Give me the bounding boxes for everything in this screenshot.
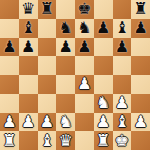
square-f4[interactable] bbox=[94, 75, 113, 94]
piece-white-pawn-g3[interactable]: ♟ bbox=[115, 95, 129, 111]
chess-board: ♛♜♚♜♝♞♞♟♝♟♟♟♟♟♟♟♞♟♟♟♟♞♟♝♟♜♝♛♜♚ bbox=[0, 0, 150, 150]
square-a1[interactable]: ♜ bbox=[0, 131, 19, 150]
square-c1[interactable]: ♝ bbox=[38, 131, 57, 150]
piece-black-rook-c8[interactable]: ♜ bbox=[40, 1, 54, 17]
square-f1[interactable]: ♜ bbox=[94, 131, 113, 150]
square-d7[interactable]: ♞ bbox=[56, 19, 75, 38]
square-c8[interactable]: ♜ bbox=[38, 0, 57, 19]
square-f5[interactable] bbox=[94, 56, 113, 75]
square-h2[interactable]: ♟ bbox=[131, 113, 150, 132]
square-e6[interactable]: ♟ bbox=[75, 38, 94, 57]
square-b7[interactable]: ♝ bbox=[19, 19, 38, 38]
square-e7[interactable]: ♞ bbox=[75, 19, 94, 38]
square-e8[interactable]: ♚ bbox=[75, 0, 94, 19]
square-a4[interactable] bbox=[0, 75, 19, 94]
square-f8[interactable] bbox=[94, 0, 113, 19]
square-e5[interactable] bbox=[75, 56, 94, 75]
square-g4[interactable] bbox=[113, 75, 132, 94]
square-c7[interactable] bbox=[38, 19, 57, 38]
piece-white-king-g1[interactable]: ♚ bbox=[115, 132, 129, 148]
square-f7[interactable]: ♟ bbox=[94, 19, 113, 38]
square-b1[interactable] bbox=[19, 131, 38, 150]
square-e2[interactable] bbox=[75, 113, 94, 132]
square-a5[interactable] bbox=[0, 56, 19, 75]
square-a8[interactable] bbox=[0, 0, 19, 19]
square-b3[interactable] bbox=[19, 94, 38, 113]
piece-black-queen-b8[interactable]: ♛ bbox=[21, 1, 35, 17]
square-d8[interactable] bbox=[56, 0, 75, 19]
piece-white-pawn-c2[interactable]: ♟ bbox=[40, 113, 54, 129]
piece-white-pawn-f2[interactable]: ♟ bbox=[96, 113, 110, 129]
square-f2[interactable]: ♟ bbox=[94, 113, 113, 132]
piece-white-rook-f1[interactable]: ♜ bbox=[96, 132, 110, 148]
square-d2[interactable]: ♞ bbox=[56, 113, 75, 132]
square-c3[interactable] bbox=[38, 94, 57, 113]
square-f3[interactable]: ♞ bbox=[94, 94, 113, 113]
square-c2[interactable]: ♟ bbox=[38, 113, 57, 132]
square-e3[interactable] bbox=[75, 94, 94, 113]
square-g3[interactable]: ♟ bbox=[113, 94, 132, 113]
square-d1[interactable]: ♛ bbox=[56, 131, 75, 150]
square-g8[interactable] bbox=[113, 0, 132, 19]
piece-white-knight-f3[interactable]: ♞ bbox=[96, 95, 110, 111]
piece-black-pawn-b6[interactable]: ♟ bbox=[21, 38, 35, 54]
square-d6[interactable]: ♟ bbox=[56, 38, 75, 57]
square-h7[interactable]: ♟ bbox=[131, 19, 150, 38]
piece-white-queen-d1[interactable]: ♛ bbox=[58, 132, 72, 148]
square-d4[interactable] bbox=[56, 75, 75, 94]
square-h5[interactable] bbox=[131, 56, 150, 75]
square-a7[interactable] bbox=[0, 19, 19, 38]
square-b5[interactable] bbox=[19, 56, 38, 75]
piece-black-pawn-a6[interactable]: ♟ bbox=[2, 38, 16, 54]
square-a2[interactable]: ♟ bbox=[0, 113, 19, 132]
square-g7[interactable]: ♝ bbox=[113, 19, 132, 38]
square-f6[interactable] bbox=[94, 38, 113, 57]
square-d5[interactable] bbox=[56, 56, 75, 75]
square-g6[interactable]: ♟ bbox=[113, 38, 132, 57]
square-h4[interactable] bbox=[131, 75, 150, 94]
piece-white-pawn-a2[interactable]: ♟ bbox=[2, 113, 16, 129]
square-h8[interactable]: ♜ bbox=[131, 0, 150, 19]
square-d3[interactable] bbox=[56, 94, 75, 113]
square-g1[interactable]: ♚ bbox=[113, 131, 132, 150]
piece-black-bishop-g7[interactable]: ♝ bbox=[115, 20, 129, 36]
piece-white-rook-a1[interactable]: ♜ bbox=[2, 132, 16, 148]
square-b4[interactable] bbox=[19, 75, 38, 94]
piece-black-knight-d7[interactable]: ♞ bbox=[58, 20, 72, 36]
square-h3[interactable] bbox=[131, 94, 150, 113]
piece-white-pawn-e4[interactable]: ♟ bbox=[77, 76, 91, 92]
piece-white-knight-d2[interactable]: ♞ bbox=[58, 113, 72, 129]
square-c5[interactable] bbox=[38, 56, 57, 75]
square-c4[interactable] bbox=[38, 75, 57, 94]
square-e1[interactable] bbox=[75, 131, 94, 150]
square-b6[interactable]: ♟ bbox=[19, 38, 38, 57]
piece-white-bishop-g2[interactable]: ♝ bbox=[115, 113, 129, 129]
piece-black-pawn-h7[interactable]: ♟ bbox=[133, 20, 147, 36]
square-a6[interactable]: ♟ bbox=[0, 38, 19, 57]
piece-white-pawn-b2[interactable]: ♟ bbox=[21, 113, 35, 129]
piece-black-pawn-f7[interactable]: ♟ bbox=[96, 20, 110, 36]
square-h1[interactable] bbox=[131, 131, 150, 150]
piece-black-king-e8[interactable]: ♚ bbox=[77, 1, 91, 17]
piece-black-pawn-g6[interactable]: ♟ bbox=[115, 38, 129, 54]
piece-white-pawn-h2[interactable]: ♟ bbox=[133, 113, 147, 129]
square-g2[interactable]: ♝ bbox=[113, 113, 132, 132]
piece-black-bishop-b7[interactable]: ♝ bbox=[21, 20, 35, 36]
piece-white-bishop-c1[interactable]: ♝ bbox=[40, 132, 54, 148]
piece-black-pawn-e6[interactable]: ♟ bbox=[77, 38, 91, 54]
square-a3[interactable] bbox=[0, 94, 19, 113]
square-h6[interactable] bbox=[131, 38, 150, 57]
square-e4[interactable]: ♟ bbox=[75, 75, 94, 94]
square-b8[interactable]: ♛ bbox=[19, 0, 38, 19]
piece-black-rook-h8[interactable]: ♜ bbox=[133, 1, 147, 17]
piece-black-pawn-d6[interactable]: ♟ bbox=[58, 38, 72, 54]
square-c6[interactable] bbox=[38, 38, 57, 57]
square-b2[interactable]: ♟ bbox=[19, 113, 38, 132]
square-g5[interactable] bbox=[113, 56, 132, 75]
piece-black-knight-e7[interactable]: ♞ bbox=[77, 20, 91, 36]
